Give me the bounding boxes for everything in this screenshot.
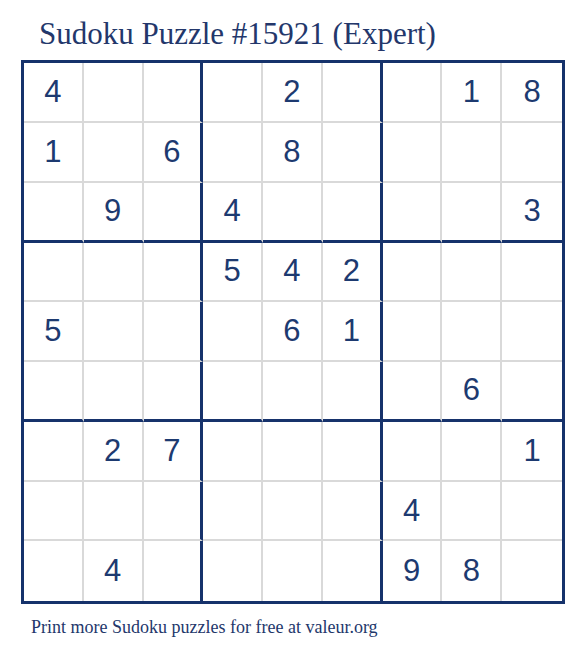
cell-r3c6[interactable] bbox=[323, 183, 383, 243]
cell-r8c4[interactable] bbox=[203, 482, 263, 542]
cell-r9c9[interactable] bbox=[502, 541, 562, 601]
cell-r4c9[interactable] bbox=[502, 243, 562, 303]
cell-r6c5[interactable] bbox=[263, 362, 323, 422]
cell-r2c7[interactable] bbox=[383, 123, 443, 183]
cell-r4c8[interactable] bbox=[442, 243, 502, 303]
cell-r2c5[interactable]: 8 bbox=[263, 123, 323, 183]
cell-r3c9[interactable]: 3 bbox=[502, 183, 562, 243]
cell-r2c2[interactable] bbox=[84, 123, 144, 183]
cell-r7c4[interactable] bbox=[203, 422, 263, 482]
cell-r6c9[interactable] bbox=[502, 362, 562, 422]
cell-r1c6[interactable] bbox=[323, 63, 383, 123]
cell-r2c9[interactable] bbox=[502, 123, 562, 183]
cell-r9c2[interactable]: 4 bbox=[84, 541, 144, 601]
cell-r9c8[interactable]: 8 bbox=[442, 541, 502, 601]
cell-r4c1[interactable] bbox=[24, 243, 84, 303]
cell-r5c3[interactable] bbox=[144, 302, 204, 362]
cell-r9c7[interactable]: 9 bbox=[383, 541, 443, 601]
cell-r7c8[interactable] bbox=[442, 422, 502, 482]
cell-r8c7[interactable]: 4 bbox=[383, 482, 443, 542]
cell-r5c2[interactable] bbox=[84, 302, 144, 362]
cell-r5c4[interactable] bbox=[203, 302, 263, 362]
cell-r9c6[interactable] bbox=[323, 541, 383, 601]
cell-r3c8[interactable] bbox=[442, 183, 502, 243]
cell-r1c1[interactable]: 4 bbox=[24, 63, 84, 123]
cell-r7c5[interactable] bbox=[263, 422, 323, 482]
cell-r2c3[interactable]: 6 bbox=[144, 123, 204, 183]
cell-r7c7[interactable] bbox=[383, 422, 443, 482]
cell-r6c6[interactable] bbox=[323, 362, 383, 422]
cell-r6c7[interactable] bbox=[383, 362, 443, 422]
cell-r4c6[interactable]: 2 bbox=[323, 243, 383, 303]
page-title: Sudoku Puzzle #15921 (Expert) bbox=[39, 15, 580, 52]
footer-text: Print more Sudoku puzzles for free at va… bbox=[31, 617, 580, 638]
cell-r1c5[interactable]: 2 bbox=[263, 63, 323, 123]
cell-r3c1[interactable] bbox=[24, 183, 84, 243]
cell-r4c7[interactable] bbox=[383, 243, 443, 303]
cell-r7c9[interactable]: 1 bbox=[502, 422, 562, 482]
cell-r4c4[interactable]: 5 bbox=[203, 243, 263, 303]
cell-r8c8[interactable] bbox=[442, 482, 502, 542]
cell-r7c2[interactable]: 2 bbox=[84, 422, 144, 482]
cell-r5c5[interactable]: 6 bbox=[263, 302, 323, 362]
cell-r2c1[interactable]: 1 bbox=[24, 123, 84, 183]
sudoku-board: 421816894354256162714498 bbox=[21, 60, 565, 604]
cell-r1c4[interactable] bbox=[203, 63, 263, 123]
cell-r1c9[interactable]: 8 bbox=[502, 63, 562, 123]
cell-r4c2[interactable] bbox=[84, 243, 144, 303]
cell-r1c2[interactable] bbox=[84, 63, 144, 123]
cell-r9c4[interactable] bbox=[203, 541, 263, 601]
cell-r3c5[interactable] bbox=[263, 183, 323, 243]
cell-r4c3[interactable] bbox=[144, 243, 204, 303]
cell-r2c6[interactable] bbox=[323, 123, 383, 183]
cell-r2c4[interactable] bbox=[203, 123, 263, 183]
cell-r8c9[interactable] bbox=[502, 482, 562, 542]
cell-r5c1[interactable]: 5 bbox=[24, 302, 84, 362]
cell-r5c8[interactable] bbox=[442, 302, 502, 362]
cell-r3c7[interactable] bbox=[383, 183, 443, 243]
sudoku-page: Sudoku Puzzle #15921 (Expert) 4218168943… bbox=[0, 0, 580, 651]
cell-r8c3[interactable] bbox=[144, 482, 204, 542]
cell-r8c6[interactable] bbox=[323, 482, 383, 542]
cell-r8c5[interactable] bbox=[263, 482, 323, 542]
cell-r7c1[interactable] bbox=[24, 422, 84, 482]
cell-r4c5[interactable]: 4 bbox=[263, 243, 323, 303]
cell-r6c1[interactable] bbox=[24, 362, 84, 422]
cell-r3c2[interactable]: 9 bbox=[84, 183, 144, 243]
cell-r6c3[interactable] bbox=[144, 362, 204, 422]
cell-r8c1[interactable] bbox=[24, 482, 84, 542]
cell-r9c3[interactable] bbox=[144, 541, 204, 601]
cell-r7c3[interactable]: 7 bbox=[144, 422, 204, 482]
cell-r6c8[interactable]: 6 bbox=[442, 362, 502, 422]
cell-r3c3[interactable] bbox=[144, 183, 204, 243]
cell-r1c7[interactable] bbox=[383, 63, 443, 123]
cell-r6c2[interactable] bbox=[84, 362, 144, 422]
cell-r5c9[interactable] bbox=[502, 302, 562, 362]
cell-r9c1[interactable] bbox=[24, 541, 84, 601]
cell-r6c4[interactable] bbox=[203, 362, 263, 422]
cell-r5c6[interactable]: 1 bbox=[323, 302, 383, 362]
cell-r8c2[interactable] bbox=[84, 482, 144, 542]
cell-r9c5[interactable] bbox=[263, 541, 323, 601]
cell-r7c6[interactable] bbox=[323, 422, 383, 482]
cell-r1c3[interactable] bbox=[144, 63, 204, 123]
cell-r5c7[interactable] bbox=[383, 302, 443, 362]
cell-r2c8[interactable] bbox=[442, 123, 502, 183]
cell-r3c4[interactable]: 4 bbox=[203, 183, 263, 243]
cell-r1c8[interactable]: 1 bbox=[442, 63, 502, 123]
